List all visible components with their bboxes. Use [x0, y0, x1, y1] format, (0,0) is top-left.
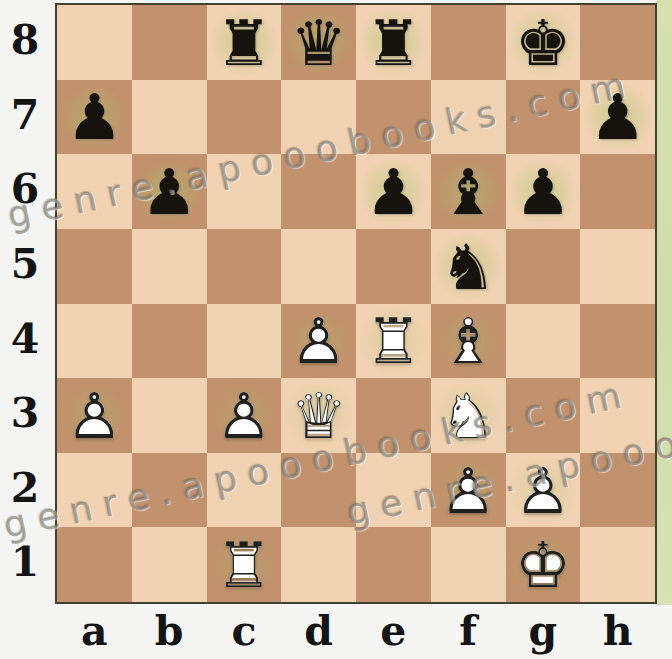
piece-halo — [133, 156, 205, 228]
square-h8[interactable] — [580, 5, 655, 80]
square-d2[interactable] — [281, 453, 356, 528]
square-a4[interactable] — [57, 304, 132, 379]
piece-halo — [507, 156, 579, 228]
square-b4[interactable] — [132, 304, 207, 379]
white-piece-fill: ♚ — [515, 534, 571, 597]
square-g2[interactable]: ♟♙ — [506, 453, 581, 528]
square-f2[interactable]: ♟♙ — [431, 453, 506, 528]
white-pawn: ♟♙ — [281, 304, 356, 379]
square-f6[interactable]: ♝ — [431, 154, 506, 229]
square-f1[interactable] — [431, 527, 506, 602]
page: ♜♛♜♚♟♟♟♟♝♟♞♟♙♜♖♝♗♟♙♟♙♛♕♞♘♟♙♟♙♜♖♚♔ 876543… — [0, 0, 672, 659]
square-f5[interactable]: ♞ — [431, 229, 506, 304]
chess-board: ♜♛♜♚♟♟♟♟♝♟♞♟♙♜♖♝♗♟♙♟♙♛♕♞♘♟♙♟♙♜♖♚♔ — [55, 3, 657, 604]
white-piece-outline: ♙ — [515, 460, 571, 523]
square-g8[interactable]: ♚ — [506, 5, 581, 80]
piece-halo — [432, 230, 504, 302]
black-piece-glyph: ♟ — [589, 86, 645, 149]
rank-label-7: 7 — [0, 78, 50, 153]
black-bishop: ♝ — [431, 154, 506, 229]
white-piece-fill: ♛ — [290, 385, 346, 448]
white-rook: ♜♖ — [207, 527, 282, 602]
white-piece-outline: ♙ — [290, 310, 346, 373]
rank-label-8: 8 — [0, 3, 50, 78]
white-piece-outline: ♙ — [440, 460, 496, 523]
black-piece-glyph: ♞ — [440, 236, 496, 299]
square-e7[interactable] — [356, 80, 431, 155]
square-d6[interactable] — [281, 154, 356, 229]
piece-halo — [208, 529, 280, 601]
square-a6[interactable] — [57, 154, 132, 229]
square-h1[interactable] — [580, 527, 655, 602]
square-f8[interactable] — [431, 5, 506, 80]
black-piece-glyph: ♟ — [365, 161, 421, 224]
square-d8[interactable]: ♛ — [281, 5, 356, 80]
piece-halo — [58, 81, 130, 153]
white-queen: ♛♕ — [281, 378, 356, 453]
square-c5[interactable] — [207, 229, 282, 304]
square-a5[interactable] — [57, 229, 132, 304]
piece-halo — [208, 6, 280, 78]
file-label-h: h — [580, 607, 655, 655]
piece-halo — [357, 305, 429, 377]
white-knight: ♞♘ — [431, 378, 506, 453]
white-piece-outline: ♖ — [365, 310, 421, 373]
white-piece-fill: ♟ — [216, 385, 272, 448]
black-pawn: ♟ — [132, 154, 207, 229]
file-label-a: a — [57, 607, 132, 655]
white-bishop: ♝♗ — [431, 304, 506, 379]
square-e3[interactable] — [356, 378, 431, 453]
white-rook: ♜♖ — [356, 304, 431, 379]
square-a3[interactable]: ♟♙ — [57, 378, 132, 453]
black-piece-glyph: ♝ — [440, 161, 496, 224]
black-pawn: ♟ — [356, 154, 431, 229]
piece-halo — [507, 529, 579, 601]
square-a8[interactable] — [57, 5, 132, 80]
rank-label-3: 3 — [0, 376, 50, 451]
black-king: ♚ — [506, 5, 581, 80]
white-piece-fill: ♟ — [515, 460, 571, 523]
square-h5[interactable] — [580, 229, 655, 304]
white-piece-outline: ♙ — [66, 385, 122, 448]
white-piece-outline: ♗ — [440, 310, 496, 373]
file-label-b: b — [132, 607, 207, 655]
black-piece-glyph: ♟ — [141, 161, 197, 224]
square-a2[interactable] — [57, 453, 132, 528]
square-c8[interactable]: ♜ — [207, 5, 282, 80]
white-piece-fill: ♜ — [216, 534, 272, 597]
white-piece-fill: ♝ — [440, 310, 496, 373]
white-piece-fill: ♟ — [66, 385, 122, 448]
black-piece-glyph: ♜ — [365, 12, 421, 75]
white-piece-fill: ♟ — [440, 460, 496, 523]
square-f4[interactable]: ♝♗ — [431, 304, 506, 379]
square-e5[interactable] — [356, 229, 431, 304]
file-label-d: d — [281, 607, 356, 655]
piece-halo — [283, 379, 355, 451]
square-d7[interactable] — [281, 80, 356, 155]
square-c6[interactable] — [207, 154, 282, 229]
white-king: ♚♔ — [506, 527, 581, 602]
white-piece-outline: ♖ — [216, 534, 272, 597]
white-piece-outline: ♘ — [440, 385, 496, 448]
piece-halo — [432, 379, 504, 451]
square-d1[interactable] — [281, 527, 356, 602]
black-piece-glyph: ♟ — [515, 161, 571, 224]
square-c1[interactable]: ♜♖ — [207, 527, 282, 602]
square-e1[interactable] — [356, 527, 431, 602]
square-d4[interactable]: ♟♙ — [281, 304, 356, 379]
piece-halo — [208, 379, 280, 451]
white-piece-fill: ♟ — [290, 310, 346, 373]
white-piece-outline: ♔ — [515, 534, 571, 597]
black-pawn: ♟ — [506, 154, 581, 229]
file-label-e: e — [356, 607, 431, 655]
file-label-g: g — [506, 607, 581, 655]
square-g7[interactable] — [506, 80, 581, 155]
piece-halo — [357, 156, 429, 228]
black-knight: ♞ — [431, 229, 506, 304]
black-rook: ♜ — [356, 5, 431, 80]
piece-halo — [507, 6, 579, 78]
piece-halo — [432, 156, 504, 228]
rank-label-6: 6 — [0, 152, 50, 227]
black-piece-glyph: ♚ — [515, 12, 571, 75]
piece-halo — [357, 6, 429, 78]
square-a1[interactable] — [57, 527, 132, 602]
square-d3[interactable]: ♛♕ — [281, 378, 356, 453]
square-g6[interactable]: ♟ — [506, 154, 581, 229]
white-pawn: ♟♙ — [207, 378, 282, 453]
black-piece-glyph: ♜ — [216, 12, 272, 75]
square-g5[interactable] — [506, 229, 581, 304]
square-b8[interactable] — [132, 5, 207, 80]
square-c4[interactable] — [207, 304, 282, 379]
black-pawn: ♟ — [57, 80, 132, 155]
square-d5[interactable] — [281, 229, 356, 304]
piece-halo — [432, 454, 504, 526]
rank-label-4: 4 — [0, 302, 50, 377]
white-piece-fill: ♞ — [440, 385, 496, 448]
rank-label-2: 2 — [0, 451, 50, 526]
square-b1[interactable] — [132, 527, 207, 602]
square-b5[interactable] — [132, 229, 207, 304]
black-piece-glyph: ♟ — [66, 86, 122, 149]
square-b2[interactable] — [132, 453, 207, 528]
square-h6[interactable] — [580, 154, 655, 229]
piece-halo — [582, 81, 654, 153]
square-e6[interactable]: ♟ — [356, 154, 431, 229]
square-b7[interactable] — [132, 80, 207, 155]
square-a7[interactable]: ♟ — [57, 80, 132, 155]
square-e2[interactable] — [356, 453, 431, 528]
piece-halo — [432, 305, 504, 377]
square-g1[interactable]: ♚♔ — [506, 527, 581, 602]
square-e8[interactable]: ♜ — [356, 5, 431, 80]
piece-halo — [283, 305, 355, 377]
piece-halo — [507, 454, 579, 526]
white-piece-fill: ♜ — [365, 310, 421, 373]
square-h2[interactable] — [580, 453, 655, 528]
square-c2[interactable] — [207, 453, 282, 528]
rank-label-1: 1 — [0, 525, 50, 600]
white-piece-outline: ♕ — [290, 385, 346, 448]
square-e4[interactable]: ♜♖ — [356, 304, 431, 379]
white-pawn: ♟♙ — [57, 378, 132, 453]
right-edge-strip — [657, 0, 672, 605]
white-pawn: ♟♙ — [506, 453, 581, 528]
black-piece-glyph: ♛ — [290, 12, 346, 75]
square-b3[interactable] — [132, 378, 207, 453]
black-rook: ♜ — [207, 5, 282, 80]
square-h3[interactable] — [580, 378, 655, 453]
square-g4[interactable] — [506, 304, 581, 379]
black-pawn: ♟ — [580, 80, 655, 155]
square-c7[interactable] — [207, 80, 282, 155]
square-g3[interactable] — [506, 378, 581, 453]
square-h7[interactable]: ♟ — [580, 80, 655, 155]
file-label-c: c — [207, 607, 282, 655]
piece-halo — [283, 6, 355, 78]
white-piece-outline: ♙ — [216, 385, 272, 448]
square-h4[interactable] — [580, 304, 655, 379]
square-f7[interactable] — [431, 80, 506, 155]
file-label-f: f — [431, 607, 506, 655]
rank-label-5: 5 — [0, 227, 50, 302]
piece-halo — [58, 379, 130, 451]
black-queen: ♛ — [281, 5, 356, 80]
square-f3[interactable]: ♞♘ — [431, 378, 506, 453]
white-pawn: ♟♙ — [431, 453, 506, 528]
square-c3[interactable]: ♟♙ — [207, 378, 282, 453]
square-b6[interactable]: ♟ — [132, 154, 207, 229]
